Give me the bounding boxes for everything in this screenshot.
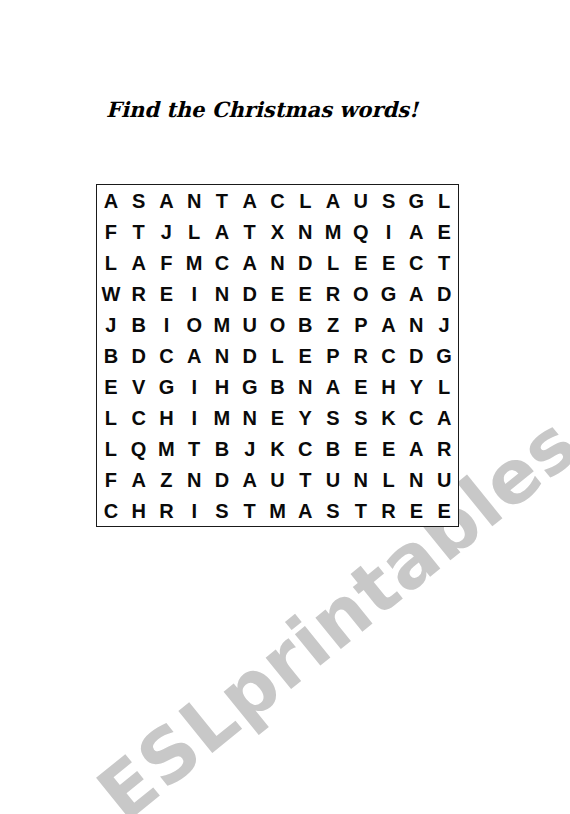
grid-cell: S bbox=[319, 495, 347, 526]
grid-cell: T bbox=[236, 495, 264, 526]
grid-cell: E bbox=[430, 495, 458, 526]
grid-cell: L bbox=[180, 216, 208, 247]
grid-cell: E bbox=[97, 371, 125, 402]
grid-cell: T bbox=[208, 185, 236, 216]
grid-cell: D bbox=[430, 278, 458, 309]
grid-cell: A bbox=[402, 433, 430, 464]
grid-cell: P bbox=[319, 340, 347, 371]
grid-cell: F bbox=[97, 216, 125, 247]
grid-cell: O bbox=[180, 309, 208, 340]
grid-cell: E bbox=[291, 278, 319, 309]
grid-cell: A bbox=[125, 247, 153, 278]
grid-cell: U bbox=[236, 309, 264, 340]
grid-cell: E bbox=[402, 495, 430, 526]
grid-cell: A bbox=[236, 185, 264, 216]
grid-cell: K bbox=[264, 433, 292, 464]
grid-cell: S bbox=[208, 495, 236, 526]
grid-cell: H bbox=[375, 371, 403, 402]
grid-cell: M bbox=[319, 216, 347, 247]
grid-cell: L bbox=[430, 185, 458, 216]
grid-cell: N bbox=[180, 464, 208, 495]
grid-cell: Q bbox=[347, 216, 375, 247]
grid-cell: S bbox=[347, 402, 375, 433]
grid-cell: N bbox=[402, 309, 430, 340]
grid-cell: C bbox=[208, 247, 236, 278]
grid-cell: R bbox=[347, 340, 375, 371]
grid-cell: A bbox=[291, 495, 319, 526]
grid-cell: A bbox=[402, 216, 430, 247]
grid-cell: C bbox=[125, 402, 153, 433]
grid-cell: B bbox=[264, 371, 292, 402]
grid-cell: N bbox=[208, 340, 236, 371]
grid-cell: L bbox=[264, 340, 292, 371]
grid-cell: E bbox=[291, 340, 319, 371]
grid-cell: A bbox=[402, 278, 430, 309]
grid-cell: U bbox=[347, 185, 375, 216]
grid-cell: T bbox=[430, 247, 458, 278]
grid-cell: B bbox=[291, 309, 319, 340]
grid-cell: C bbox=[291, 433, 319, 464]
grid-cell: A bbox=[319, 185, 347, 216]
grid-cell: A bbox=[153, 185, 181, 216]
grid-cell: B bbox=[125, 309, 153, 340]
grid-cell: L bbox=[319, 247, 347, 278]
grid-cell: Y bbox=[402, 371, 430, 402]
grid-cell: Z bbox=[153, 464, 181, 495]
grid-cell: M bbox=[208, 402, 236, 433]
grid-cell: T bbox=[236, 216, 264, 247]
grid-cell: N bbox=[264, 247, 292, 278]
grid-cell: A bbox=[375, 309, 403, 340]
grid-cell: L bbox=[430, 371, 458, 402]
grid-cell: C bbox=[375, 340, 403, 371]
grid-cell: P bbox=[347, 309, 375, 340]
grid-cell: T bbox=[125, 216, 153, 247]
grid-cell: N bbox=[180, 185, 208, 216]
grid-cell: I bbox=[180, 402, 208, 433]
grid-cell: J bbox=[97, 309, 125, 340]
grid-cell: R bbox=[153, 495, 181, 526]
grid-cell: C bbox=[153, 340, 181, 371]
grid-cell: W bbox=[97, 278, 125, 309]
grid-cell: M bbox=[180, 247, 208, 278]
grid-cell: N bbox=[208, 278, 236, 309]
grid-cell: L bbox=[97, 247, 125, 278]
grid-cell: V bbox=[125, 371, 153, 402]
grid-cell: E bbox=[153, 278, 181, 309]
grid-cell: C bbox=[402, 247, 430, 278]
grid-cell: E bbox=[347, 433, 375, 464]
grid-cell: E bbox=[430, 216, 458, 247]
grid-cell: D bbox=[125, 340, 153, 371]
grid-cell: M bbox=[153, 433, 181, 464]
grid-cell: H bbox=[208, 371, 236, 402]
grid-cell: T bbox=[291, 464, 319, 495]
grid-cell: Q bbox=[125, 433, 153, 464]
grid-cell: L bbox=[375, 464, 403, 495]
grid-cell: G bbox=[236, 371, 264, 402]
grid-cell: A bbox=[236, 464, 264, 495]
grid-cell: U bbox=[264, 464, 292, 495]
grid-cell: B bbox=[319, 433, 347, 464]
grid-cell: E bbox=[264, 402, 292, 433]
grid-cell: L bbox=[97, 402, 125, 433]
grid-cell: N bbox=[291, 216, 319, 247]
grid-cell: H bbox=[125, 495, 153, 526]
grid-cell: O bbox=[347, 278, 375, 309]
grid-cell: C bbox=[402, 402, 430, 433]
grid-cell: Y bbox=[291, 402, 319, 433]
grid-cell: N bbox=[236, 402, 264, 433]
grid-cell: A bbox=[236, 247, 264, 278]
grid-cell: G bbox=[402, 185, 430, 216]
grid-cell: A bbox=[430, 402, 458, 433]
grid-cell: I bbox=[180, 371, 208, 402]
grid-cell: E bbox=[347, 371, 375, 402]
grid-cell: S bbox=[125, 185, 153, 216]
grid-cell: G bbox=[375, 278, 403, 309]
worksheet-page: ESLprintables Find the Christmas words! … bbox=[0, 0, 570, 814]
grid-cell: M bbox=[264, 495, 292, 526]
grid-cell: F bbox=[97, 464, 125, 495]
grid-cell: R bbox=[125, 278, 153, 309]
grid-cell: J bbox=[430, 309, 458, 340]
grid-cell: I bbox=[375, 216, 403, 247]
grid-cell: L bbox=[291, 185, 319, 216]
grid-cell: U bbox=[319, 464, 347, 495]
grid-cell: N bbox=[291, 371, 319, 402]
grid-cell: D bbox=[402, 340, 430, 371]
grid-cell: R bbox=[375, 495, 403, 526]
grid-cell: N bbox=[402, 464, 430, 495]
grid-cell: I bbox=[180, 278, 208, 309]
grid-cell: D bbox=[236, 340, 264, 371]
grid-cell: C bbox=[264, 185, 292, 216]
grid-cell: S bbox=[319, 402, 347, 433]
grid-cell: J bbox=[236, 433, 264, 464]
grid-cell: B bbox=[208, 433, 236, 464]
grid-cell: E bbox=[347, 247, 375, 278]
grid-cell: Z bbox=[319, 309, 347, 340]
grid-cell: D bbox=[291, 247, 319, 278]
word-search-grid: ASANTACLAUSGLFTJLATXNMQIAELAFMCANDLEECTW… bbox=[96, 184, 459, 527]
grid-cell: X bbox=[264, 216, 292, 247]
grid-cell: L bbox=[97, 433, 125, 464]
grid-cell: T bbox=[180, 433, 208, 464]
grid-cell: R bbox=[430, 433, 458, 464]
grid-cell: B bbox=[97, 340, 125, 371]
grid-cell: A bbox=[125, 464, 153, 495]
grid-cell: E bbox=[375, 433, 403, 464]
grid-cell: G bbox=[153, 371, 181, 402]
grid-cell: C bbox=[97, 495, 125, 526]
page-title: Find the Christmas words! bbox=[106, 97, 418, 122]
grid-cell: I bbox=[180, 495, 208, 526]
grid-cell: O bbox=[264, 309, 292, 340]
grid-cell: N bbox=[347, 464, 375, 495]
grid-cell: M bbox=[208, 309, 236, 340]
grid-cell: E bbox=[264, 278, 292, 309]
grid-cell: G bbox=[430, 340, 458, 371]
grid-cell: U bbox=[430, 464, 458, 495]
grid-cell: S bbox=[375, 185, 403, 216]
grid-cell: D bbox=[208, 464, 236, 495]
grid-cell: R bbox=[319, 278, 347, 309]
grid-cell: T bbox=[347, 495, 375, 526]
grid-cell: A bbox=[208, 216, 236, 247]
grid-cell: H bbox=[153, 402, 181, 433]
grid-cell: E bbox=[375, 247, 403, 278]
grid-cell: I bbox=[153, 309, 181, 340]
grid-cell: J bbox=[153, 216, 181, 247]
grid-cell: A bbox=[319, 371, 347, 402]
grid-cell: A bbox=[180, 340, 208, 371]
grid-cell: K bbox=[375, 402, 403, 433]
grid-cell: D bbox=[236, 278, 264, 309]
grid-cell: A bbox=[97, 185, 125, 216]
grid-cell: F bbox=[153, 247, 181, 278]
